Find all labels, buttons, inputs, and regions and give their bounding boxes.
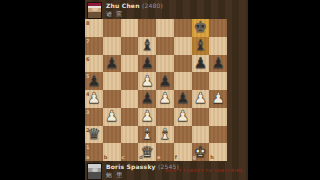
square-f5[interactable] [174,72,192,90]
square-g5[interactable] [192,72,210,90]
square-h4[interactable]: ♟ [209,90,227,108]
square-e6[interactable] [156,55,174,73]
square-f2[interactable] [174,126,192,144]
square-e5[interactable]: ♟ [156,72,174,90]
square-b2[interactable] [103,126,121,144]
square-b8[interactable] [103,19,121,37]
square-h6[interactable]: ♟ [209,55,227,73]
white-pawn-d5[interactable]: ♟ [140,73,153,90]
square-e1[interactable]: e [156,143,174,161]
square-c1[interactable]: c [121,143,139,161]
rank-label-7: 7 [86,38,89,44]
square-f4[interactable]: ♟ [174,90,192,108]
square-e3[interactable] [156,108,174,126]
square-a7[interactable]: 7 [85,37,103,55]
square-b5[interactable] [103,72,121,90]
square-c5[interactable] [121,72,139,90]
square-e7[interactable] [156,37,174,55]
square-a6[interactable]: 6 [85,55,103,73]
black-pawn-e5[interactable]: ♟ [158,73,171,90]
rank-label-5: 5 [86,73,89,79]
square-d3[interactable]: ♟ [138,108,156,126]
square-b3[interactable]: ♟ [103,108,121,126]
white-bishop-e2[interactable]: ♝ [158,126,171,143]
square-f8[interactable] [174,19,192,37]
file-label-h: h [210,154,214,160]
square-g3[interactable] [192,108,210,126]
file-label-d: d [139,154,143,160]
white-pawn-e4[interactable]: ♟ [158,90,171,107]
square-a8[interactable]: 8 [85,19,103,37]
square-h2[interactable] [209,126,227,144]
white-pawn-b3[interactable]: ♟ [105,108,118,125]
square-g8[interactable]: ♚ [192,19,210,37]
square-g7[interactable]: ♝ [192,37,210,55]
rank-label-8: 8 [86,20,89,26]
white-pawn-f3[interactable]: ♟ [176,108,189,125]
file-label-a: a [86,154,89,160]
square-a3[interactable]: 3 [85,108,103,126]
square-h3[interactable] [209,108,227,126]
square-b4[interactable] [103,90,121,108]
white-pawn-g4[interactable]: ♟ [194,90,207,107]
square-d5[interactable]: ♟ [138,72,156,90]
square-d1[interactable]: d♛ [138,143,156,161]
black-king-g8[interactable]: ♚ [194,19,207,36]
square-g2[interactable] [192,126,210,144]
black-pawn-d6[interactable]: ♟ [140,55,153,72]
square-h8[interactable] [209,19,227,37]
top-player-native-name: 诸 宸 [106,11,163,17]
bottom-player-avatar [87,163,102,180]
square-b1[interactable]: b [103,143,121,161]
square-f6[interactable] [174,55,192,73]
black-pawn-h6[interactable]: ♟ [211,55,224,72]
square-a2[interactable]: 2♛ [85,126,103,144]
square-h5[interactable] [209,72,227,90]
black-pawn-b6[interactable]: ♟ [105,55,118,72]
video-content-area: Zhu Chen (2480) 诸 宸 8♚7♝♝6♟♟♟♟5♟♟♟4♟♟♟♟♟… [85,0,248,180]
top-player-avatar [87,2,102,19]
square-f1[interactable]: f [174,143,192,161]
rank-label-2: 2 [86,127,89,133]
file-label-e: e [157,154,160,160]
square-e2[interactable]: ♝ [156,126,174,144]
square-f7[interactable] [174,37,192,55]
square-c4[interactable] [121,90,139,108]
rank-label-6: 6 [86,56,89,62]
black-pawn-f4[interactable]: ♟ [176,90,189,107]
square-h7[interactable] [209,37,227,55]
square-c7[interactable] [121,37,139,55]
square-h1[interactable]: h [209,143,227,161]
square-a5[interactable]: 5♟ [85,72,103,90]
rank-label-3: 3 [86,109,89,115]
square-d4[interactable]: ♟ [138,90,156,108]
square-g6[interactable]: ♟ [192,55,210,73]
square-c3[interactable] [121,108,139,126]
rank-label-4: 4 [86,91,89,97]
chess-board[interactable]: 8♚7♝♝6♟♟♟♟5♟♟♟4♟♟♟♟♟♟3♟♟♟2♛♝♝1abcd♛efg♚h [85,19,227,161]
black-pawn-g6[interactable]: ♟ [194,55,207,72]
square-c8[interactable] [121,19,139,37]
top-player-name: Zhu Chen (2480) [106,3,163,9]
file-label-c: c [122,154,125,160]
square-a4[interactable]: 4♟ [85,90,103,108]
top-player-rating: (2480) [142,2,163,9]
file-label-f: f [175,154,177,160]
black-bishop-d7[interactable]: ♝ [140,37,153,54]
black-pawn-d4[interactable]: ♟ [140,90,153,107]
black-bishop-g7[interactable]: ♝ [194,37,207,54]
square-c6[interactable] [121,55,139,73]
square-d2[interactable]: ♝ [138,126,156,144]
square-b7[interactable] [103,37,121,55]
white-pawn-h4[interactable]: ♟ [211,90,224,107]
square-d6[interactable]: ♟ [138,55,156,73]
square-d7[interactable]: ♝ [138,37,156,55]
video-frame: { "game": "chess", "position": { "fen": … [0,0,320,180]
white-bishop-d2[interactable]: ♝ [140,126,153,143]
square-b6[interactable]: ♟ [103,55,121,73]
square-a1[interactable]: 1a [85,143,103,161]
square-e4[interactable]: ♟ [156,90,174,108]
white-pawn-d3[interactable]: ♟ [140,108,153,125]
channel-watermark: DON'T FORGET TO SUBSCRIBE [165,168,243,173]
file-label-g: g [193,154,197,160]
square-c2[interactable] [121,126,139,144]
file-label-b: b [104,154,108,160]
square-e8[interactable] [156,19,174,37]
square-f3[interactable]: ♟ [174,108,192,126]
rank-label-1: 1 [86,144,89,150]
square-g4[interactable]: ♟ [192,90,210,108]
square-d8[interactable] [138,19,156,37]
square-g1[interactable]: g♚ [192,143,210,161]
top-player-bar: Zhu Chen (2480) 诸 宸 [85,0,248,19]
